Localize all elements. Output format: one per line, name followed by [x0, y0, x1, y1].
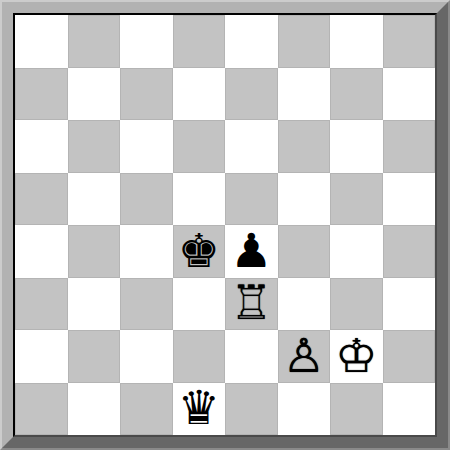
square-c8[interactable] — [120, 15, 173, 68]
square-g3[interactable] — [330, 278, 383, 331]
square-b2[interactable] — [68, 330, 121, 383]
square-b8[interactable] — [68, 15, 121, 68]
piece-black-pawn[interactable]: ♟ — [230, 227, 272, 274]
board-frame-bevel: ♚♟♖♙♔♛ — [2, 2, 448, 448]
square-e4[interactable]: ♟ — [225, 225, 278, 278]
square-h1[interactable] — [383, 383, 436, 436]
square-c5[interactable] — [120, 173, 173, 226]
piece-black-king[interactable]: ♚ — [178, 227, 220, 274]
square-f4[interactable] — [278, 225, 331, 278]
square-g4[interactable] — [330, 225, 383, 278]
square-d6[interactable] — [173, 120, 226, 173]
square-e6[interactable] — [225, 120, 278, 173]
square-b4[interactable] — [68, 225, 121, 278]
square-h5[interactable] — [383, 173, 436, 226]
square-h2[interactable] — [383, 330, 436, 383]
square-a3[interactable] — [15, 278, 68, 331]
square-d8[interactable] — [173, 15, 226, 68]
square-e1[interactable] — [225, 383, 278, 436]
square-g1[interactable] — [330, 383, 383, 436]
square-a1[interactable] — [15, 383, 68, 436]
piece-white-rook[interactable]: ♖ — [230, 279, 272, 326]
square-c1[interactable] — [120, 383, 173, 436]
square-h4[interactable] — [383, 225, 436, 278]
square-c7[interactable] — [120, 68, 173, 121]
square-g5[interactable] — [330, 173, 383, 226]
square-d2[interactable] — [173, 330, 226, 383]
square-h6[interactable] — [383, 120, 436, 173]
board-inner-line: ♚♟♖♙♔♛ — [13, 13, 437, 437]
square-g7[interactable] — [330, 68, 383, 121]
square-e8[interactable] — [225, 15, 278, 68]
square-c6[interactable] — [120, 120, 173, 173]
square-e2[interactable] — [225, 330, 278, 383]
square-e3[interactable]: ♖ — [225, 278, 278, 331]
chess-board: ♚♟♖♙♔♛ — [15, 15, 435, 435]
square-b3[interactable] — [68, 278, 121, 331]
square-a8[interactable] — [15, 15, 68, 68]
square-d1[interactable]: ♛ — [173, 383, 226, 436]
square-b5[interactable] — [68, 173, 121, 226]
piece-white-pawn[interactable]: ♙ — [283, 332, 325, 379]
square-f7[interactable] — [278, 68, 331, 121]
square-b7[interactable] — [68, 68, 121, 121]
square-a4[interactable] — [15, 225, 68, 278]
square-f2[interactable]: ♙ — [278, 330, 331, 383]
square-b1[interactable] — [68, 383, 121, 436]
square-e7[interactable] — [225, 68, 278, 121]
square-c4[interactable] — [120, 225, 173, 278]
square-f6[interactable] — [278, 120, 331, 173]
board-frame: ♚♟♖♙♔♛ — [0, 0, 450, 450]
square-e5[interactable] — [225, 173, 278, 226]
square-d4[interactable]: ♚ — [173, 225, 226, 278]
square-f1[interactable] — [278, 383, 331, 436]
square-d3[interactable] — [173, 278, 226, 331]
square-a6[interactable] — [15, 120, 68, 173]
square-f3[interactable] — [278, 278, 331, 331]
square-h7[interactable] — [383, 68, 436, 121]
square-c2[interactable] — [120, 330, 173, 383]
piece-white-king[interactable]: ♔ — [335, 332, 377, 379]
square-d5[interactable] — [173, 173, 226, 226]
square-b6[interactable] — [68, 120, 121, 173]
square-a2[interactable] — [15, 330, 68, 383]
square-a5[interactable] — [15, 173, 68, 226]
square-h3[interactable] — [383, 278, 436, 331]
square-g8[interactable] — [330, 15, 383, 68]
square-d7[interactable] — [173, 68, 226, 121]
square-f5[interactable] — [278, 173, 331, 226]
square-g6[interactable] — [330, 120, 383, 173]
square-f8[interactable] — [278, 15, 331, 68]
square-c3[interactable] — [120, 278, 173, 331]
square-g2[interactable]: ♔ — [330, 330, 383, 383]
piece-black-queen[interactable]: ♛ — [178, 384, 220, 431]
square-h8[interactable] — [383, 15, 436, 68]
square-a7[interactable] — [15, 68, 68, 121]
